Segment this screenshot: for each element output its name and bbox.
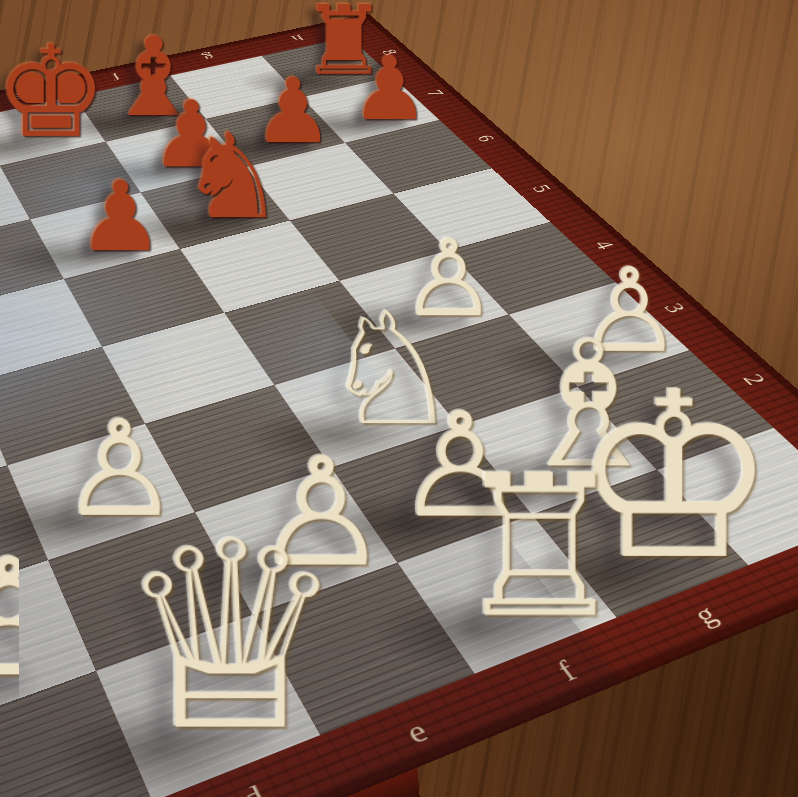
chess-app-screenshot: { "game": "chess", "scene": { "descripti… bbox=[0, 0, 798, 797]
piece-white-rook-f1[interactable]: ♖ bbox=[391, 447, 688, 647]
piece-white-queen-d1[interactable]: ♕ bbox=[70, 505, 392, 770]
piece-white-knight-b1[interactable]: ♘ bbox=[0, 657, 44, 797]
piece-black-pawn-e6[interactable]: ♟ bbox=[12, 168, 230, 266]
